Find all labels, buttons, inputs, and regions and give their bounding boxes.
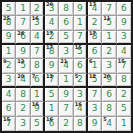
cell-r4c7[interactable]: 6 bbox=[88, 45, 102, 59]
cell-digit: 8 bbox=[106, 104, 112, 113]
sudoku-board: 5122038917476258716346121159926641725717… bbox=[0, 0, 133, 133]
cell-r4c8[interactable]: 2 bbox=[102, 45, 116, 59]
cell-digit: 5 bbox=[121, 104, 127, 113]
cell-r9c9[interactable]: 1 bbox=[117, 117, 131, 131]
cage-sum: 16 bbox=[32, 102, 39, 107]
cell-digit: 5 bbox=[34, 119, 40, 128]
cell-r9c7[interactable]: 9 bbox=[88, 117, 102, 131]
cage-sum: 12 bbox=[89, 74, 96, 79]
cell-digit: 9 bbox=[63, 90, 69, 99]
cell-r6c4[interactable]: 127 bbox=[45, 74, 59, 88]
cell-digit: 7 bbox=[34, 47, 40, 56]
cell-r1c9[interactable]: 6 bbox=[117, 2, 131, 16]
cell-r6c2[interactable]: 204 bbox=[16, 74, 30, 88]
cage-sum: 21 bbox=[60, 59, 67, 64]
cage-sum: 12 bbox=[46, 74, 53, 79]
cell-digit: 2 bbox=[106, 47, 112, 56]
cell-r2c8[interactable]: 115 bbox=[102, 16, 116, 30]
cell-r6c6[interactable]: 52 bbox=[74, 74, 88, 88]
cell-digit: 1 bbox=[121, 119, 127, 128]
cell-digit: 2 bbox=[34, 4, 40, 13]
cell-r6c9[interactable]: 8 bbox=[117, 74, 131, 88]
cell-r5c2[interactable]: 135 bbox=[16, 59, 30, 73]
cell-digit: 1 bbox=[63, 75, 69, 84]
cage-sum: 15 bbox=[3, 117, 10, 122]
cell-r5c4[interactable]: 9 bbox=[45, 59, 59, 73]
cell-r3c2[interactable]: 266 bbox=[16, 31, 30, 45]
cell-digit: 7 bbox=[63, 104, 69, 113]
cell-digit: 6 bbox=[106, 90, 112, 99]
cell-r5c8[interactable]: 3 bbox=[102, 59, 116, 73]
cell-r1c5[interactable]: 8 bbox=[59, 2, 73, 16]
cage-sum: 13 bbox=[17, 59, 24, 64]
cell-r7c8[interactable]: 6 bbox=[102, 88, 116, 102]
cell-digit: 2 bbox=[121, 90, 127, 99]
cage-sum: 25 bbox=[3, 16, 10, 21]
cell-r3c9[interactable]: 3 bbox=[117, 31, 131, 45]
cage-sum: 15 bbox=[75, 45, 82, 50]
cell-r3c1[interactable]: 9 bbox=[2, 31, 16, 45]
cell-digit: 4 bbox=[49, 18, 55, 27]
cell-digit: 8 bbox=[34, 61, 40, 70]
cell-r2c4[interactable]: 4 bbox=[45, 16, 59, 30]
cell-digit: 4 bbox=[121, 47, 127, 56]
cell-r5c1[interactable]: 92 bbox=[2, 59, 16, 73]
cell-r1c7[interactable]: 174 bbox=[88, 2, 102, 16]
cell-r3c6[interactable]: 7 bbox=[74, 31, 88, 45]
cell-r5c3[interactable]: 8 bbox=[31, 59, 45, 73]
cell-r7c1[interactable]: 4 bbox=[2, 88, 16, 102]
cell-r9c2[interactable]: 3 bbox=[16, 117, 30, 131]
cage-sum: 16 bbox=[75, 102, 82, 107]
cage-sum: 15 bbox=[118, 59, 125, 64]
cage-sum: 20 bbox=[46, 2, 53, 7]
cell-r8c5[interactable]: 7 bbox=[59, 102, 73, 116]
cell-r7c7[interactable]: 7 bbox=[88, 88, 102, 102]
cell-r4c4[interactable]: 178 bbox=[45, 45, 59, 59]
cell-digit: 7 bbox=[20, 18, 26, 27]
cell-r9c8[interactable]: 54 bbox=[102, 117, 116, 131]
cell-digit: 9 bbox=[6, 32, 12, 41]
cell-digit: 2 bbox=[92, 18, 98, 27]
cell-digit: 7 bbox=[92, 90, 98, 99]
cell-r4c9[interactable]: 4 bbox=[117, 45, 131, 59]
cell-digit: 4 bbox=[6, 90, 12, 99]
cell-digit: 3 bbox=[6, 75, 12, 84]
cell-r4c5[interactable]: 3 bbox=[59, 45, 73, 59]
cell-r8c4[interactable]: 1 bbox=[45, 102, 59, 116]
cell-digit: 7 bbox=[77, 32, 83, 41]
cell-digit: 1 bbox=[6, 47, 12, 56]
cage-sum: 16 bbox=[32, 16, 39, 21]
cell-r7c4[interactable]: 5 bbox=[45, 88, 59, 102]
cell-digit: 3 bbox=[20, 119, 26, 128]
cell-r1c1[interactable]: 5 bbox=[2, 2, 16, 16]
cell-digit: 3 bbox=[77, 90, 83, 99]
cell-r2c1[interactable]: 258 bbox=[2, 16, 16, 30]
cell-r8c9[interactable]: 5 bbox=[117, 102, 131, 116]
cage-sum: 7 bbox=[32, 74, 35, 79]
cell-r2c2[interactable]: 7 bbox=[16, 16, 30, 30]
cell-digit: 4 bbox=[34, 32, 40, 41]
cell-r2c9[interactable]: 9 bbox=[117, 16, 131, 30]
cage-sum: 26 bbox=[17, 31, 24, 36]
cell-digit: 7 bbox=[106, 4, 112, 13]
cell-digit: 3 bbox=[106, 61, 112, 70]
cell-digit: 6 bbox=[77, 61, 83, 70]
cell-r4c1[interactable]: 1 bbox=[2, 45, 16, 59]
cell-r3c5[interactable]: 5 bbox=[59, 31, 73, 45]
cell-r7c5[interactable]: 9 bbox=[59, 88, 73, 102]
cell-digit: 1 bbox=[106, 32, 112, 41]
cell-digit: 8 bbox=[121, 75, 127, 84]
cage-sum: 20 bbox=[103, 74, 110, 79]
cage-sum: 17 bbox=[89, 2, 96, 7]
cell-r9c3[interactable]: 5 bbox=[31, 117, 45, 131]
cell-digit: 1 bbox=[34, 90, 40, 99]
cell-digit: 8 bbox=[77, 119, 83, 128]
cell-r2c7[interactable]: 2 bbox=[88, 16, 102, 30]
cell-r7c9[interactable]: 2 bbox=[117, 88, 131, 102]
cage-sum: 17 bbox=[89, 31, 96, 36]
cell-digit: 9 bbox=[20, 47, 26, 56]
cell-r3c8[interactable]: 1 bbox=[102, 31, 116, 45]
cell-r1c8[interactable]: 7 bbox=[102, 2, 116, 16]
cell-r4c6[interactable]: 155 bbox=[74, 45, 88, 59]
cell-r6c3[interactable]: 76 bbox=[31, 74, 45, 88]
cell-r9c5[interactable]: 2 bbox=[59, 117, 73, 131]
cell-digit: 1 bbox=[49, 104, 55, 113]
cell-r7c3[interactable]: 1 bbox=[31, 88, 45, 102]
cell-r9c1[interactable]: 157 bbox=[2, 117, 16, 131]
cell-digit: 1 bbox=[20, 4, 26, 13]
cell-digit: 9 bbox=[92, 119, 98, 128]
cell-r1c4[interactable]: 203 bbox=[45, 2, 59, 16]
cell-r4c2[interactable]: 9 bbox=[16, 45, 30, 59]
cell-digit: 8 bbox=[63, 4, 69, 13]
cage-sum: 17 bbox=[46, 31, 53, 36]
cell-r2c6[interactable]: 1 bbox=[74, 16, 88, 30]
cell-digit: 6 bbox=[121, 4, 127, 13]
cell-r1c6[interactable]: 9 bbox=[74, 2, 88, 16]
cell-digit: 5 bbox=[63, 32, 69, 41]
cell-r6c5[interactable]: 1 bbox=[59, 74, 73, 88]
cage-sum: 11 bbox=[103, 16, 110, 21]
cage-sum: 9 bbox=[3, 59, 6, 64]
cell-digit: 5 bbox=[6, 4, 12, 13]
cell-r7c6[interactable]: 3 bbox=[74, 88, 88, 102]
cell-r5c9[interactable]: 157 bbox=[117, 59, 131, 73]
cell-digit: 5 bbox=[49, 90, 55, 99]
cell-digit: 3 bbox=[92, 104, 98, 113]
cage-sum: 16 bbox=[46, 117, 53, 122]
cell-r6c8[interactable]: 209 bbox=[102, 74, 116, 88]
cell-r5c7[interactable]: 61 bbox=[88, 59, 102, 73]
cell-digit: 2 bbox=[6, 61, 12, 70]
cell-r1c2[interactable]: 1 bbox=[16, 2, 30, 16]
cell-digit: 9 bbox=[49, 61, 55, 70]
cell-digit: 9 bbox=[77, 4, 83, 13]
cage-sum: 6 bbox=[89, 59, 92, 64]
cage-sum: 5 bbox=[75, 74, 78, 79]
cell-digit: 2 bbox=[20, 104, 26, 113]
cell-r7c2[interactable]: 8 bbox=[16, 88, 30, 102]
cell-r8c3[interactable]: 169 bbox=[31, 102, 45, 116]
cell-digit: 1 bbox=[77, 18, 83, 27]
cell-r8c1[interactable]: 6 bbox=[2, 102, 16, 116]
cell-digit: 9 bbox=[121, 18, 127, 27]
cell-r4c3[interactable]: 7 bbox=[31, 45, 45, 59]
cell-digit: 6 bbox=[92, 47, 98, 56]
cell-r1c3[interactable]: 2 bbox=[31, 2, 45, 16]
cage-sum: 20 bbox=[17, 74, 24, 79]
cell-r6c1[interactable]: 3 bbox=[2, 74, 16, 88]
cell-digit: 8 bbox=[20, 90, 26, 99]
cell-r9c4[interactable]: 166 bbox=[45, 117, 59, 131]
cage-sum: 5 bbox=[103, 117, 106, 122]
cell-r3c3[interactable]: 4 bbox=[31, 31, 45, 45]
cell-digit: 6 bbox=[63, 18, 69, 27]
cell-r8c6[interactable]: 164 bbox=[74, 102, 88, 116]
cell-r3c7[interactable]: 178 bbox=[88, 31, 102, 45]
cell-r8c7[interactable]: 3 bbox=[88, 102, 102, 116]
cell-r8c8[interactable]: 8 bbox=[102, 102, 116, 116]
cell-digit: 6 bbox=[6, 104, 12, 113]
cell-r8c2[interactable]: 2 bbox=[16, 102, 30, 116]
cell-r5c5[interactable]: 214 bbox=[59, 59, 73, 73]
cell-r9c6[interactable]: 8 bbox=[74, 117, 88, 131]
cell-r3c4[interactable]: 172 bbox=[45, 31, 59, 45]
cell-digit: 3 bbox=[63, 47, 69, 56]
cell-digit: 2 bbox=[63, 119, 69, 128]
cell-r5c6[interactable]: 6 bbox=[74, 59, 88, 73]
cell-digit: 3 bbox=[121, 32, 127, 41]
cage-sum: 17 bbox=[46, 45, 53, 50]
cell-r2c5[interactable]: 6 bbox=[59, 16, 73, 30]
cell-r6c7[interactable]: 125 bbox=[88, 74, 102, 88]
cell-r2c3[interactable]: 163 bbox=[31, 16, 45, 30]
cell-digit: 1 bbox=[92, 61, 98, 70]
